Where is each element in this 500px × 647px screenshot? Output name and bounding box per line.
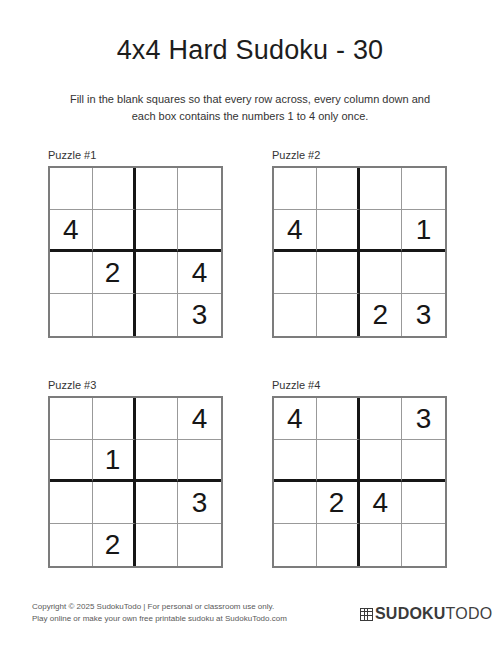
sudoku-cell-given: 2 (360, 294, 403, 336)
sudoku-cell-given: 3 (402, 294, 445, 336)
logo-text-light: TODO (446, 605, 493, 622)
sudoku-cell-blank (360, 524, 403, 566)
sudoku-cell-blank (360, 440, 403, 482)
sudoku-cell-given: 4 (50, 210, 93, 252)
sudoku-cell-blank (402, 440, 445, 482)
sudoku-cell-blank (274, 294, 317, 336)
puzzle-3: Puzzle #3 4132 (48, 379, 225, 568)
sudoku-cell-blank (178, 440, 221, 482)
sudoku-cell-blank (178, 210, 221, 252)
sudoku-cell-given: 4 (178, 398, 221, 440)
puzzle-4: Puzzle #4 4324 (272, 379, 449, 568)
sudoku-cell-given: 4 (360, 482, 403, 524)
sudoku-cell-given: 2 (93, 524, 136, 566)
sudoku-cell-blank (178, 524, 221, 566)
footer-copyright: Copyright © 2025 SudokuTodo | For person… (32, 601, 287, 626)
sudoku-cell-given: 2 (93, 252, 136, 294)
puzzle-1: Puzzle #1 4243 (48, 149, 225, 338)
sudoku-cell-blank (178, 168, 221, 210)
sudoku-cell-blank (317, 210, 360, 252)
instructions-line-2: each box contains the numbers 1 to 4 onl… (0, 108, 500, 125)
sudoku-cell-blank (93, 482, 136, 524)
sudoku-cell-blank (274, 440, 317, 482)
sudoku-cell-blank (402, 482, 445, 524)
sudoku-cell-blank (360, 398, 403, 440)
puzzle-4-label: Puzzle #4 (272, 379, 449, 392)
sudoku-cell-blank (274, 168, 317, 210)
sudoku-cell-given: 3 (178, 482, 221, 524)
logo-text: SUDOKUTODO (375, 605, 492, 623)
sudoku-cell-given: 4 (274, 210, 317, 252)
sudoku-cell-blank (50, 168, 93, 210)
sudoku-cell-blank (136, 482, 179, 524)
page-title: 4x4 Hard Sudoku - 30 (0, 35, 500, 66)
sudoku-cell-blank (50, 252, 93, 294)
sudoku-grid-1: 4243 (48, 166, 223, 338)
sudoku-cell-blank (360, 168, 403, 210)
sudoku-cell-blank (360, 252, 403, 294)
puzzle-3-label: Puzzle #3 (48, 379, 225, 392)
sudoku-cell-blank (317, 294, 360, 336)
sudoku-cell-blank (93, 210, 136, 252)
sudoku-cell-blank (317, 252, 360, 294)
sudoku-grid-2: 4123 (272, 166, 447, 338)
sudoku-cell-blank (317, 168, 360, 210)
sudoku-cell-blank (402, 252, 445, 294)
sudoku-cell-blank (136, 168, 179, 210)
sudoku-cell-blank (50, 482, 93, 524)
instructions: Fill in the blank squares so that every … (0, 91, 500, 124)
sudoku-cell-given: 1 (402, 210, 445, 252)
sudoku-grid-4: 4324 (272, 396, 447, 568)
sudoku-cell-blank (50, 524, 93, 566)
sudoku-cell-given: 1 (93, 440, 136, 482)
sudoku-cell-blank (93, 398, 136, 440)
sudoku-cell-blank (50, 398, 93, 440)
sudoku-cell-blank (50, 294, 93, 336)
sudoku-cell-given: 2 (317, 482, 360, 524)
sudoku-cell-blank (136, 524, 179, 566)
sudoku-cell-given: 4 (274, 398, 317, 440)
sudoku-cell-blank (136, 294, 179, 336)
sudoku-cell-blank (402, 168, 445, 210)
logo-text-bold: SUDOKU (375, 605, 446, 622)
sudoku-cell-given: 4 (178, 252, 221, 294)
footer-copyright-line-2: Play online or make your own free printa… (32, 613, 287, 625)
sudoku-cell-given: 3 (178, 294, 221, 336)
sudoku-cell-blank (360, 210, 403, 252)
puzzle-2-label: Puzzle #2 (272, 149, 449, 162)
puzzle-2: Puzzle #2 4123 (272, 149, 449, 338)
sudoku-cell-blank (93, 168, 136, 210)
sudoku-cell-blank (317, 524, 360, 566)
sudoku-cell-given: 3 (402, 398, 445, 440)
sudoku-grid-3: 4132 (48, 396, 223, 568)
sudoku-grid-icon (360, 608, 373, 621)
sudoku-cell-blank (93, 294, 136, 336)
instructions-line-1: Fill in the blank squares so that every … (0, 91, 500, 108)
sudokutodo-logo: SUDOKUTODO (360, 605, 492, 623)
sudoku-cell-blank (136, 440, 179, 482)
puzzle-1-label: Puzzle #1 (48, 149, 225, 162)
sudoku-cell-blank (274, 252, 317, 294)
sudoku-cell-blank (402, 524, 445, 566)
sudoku-sheet: 4x4 Hard Sudoku - 30 Fill in the blank s… (0, 0, 500, 647)
sudoku-cell-blank (274, 524, 317, 566)
sudoku-cell-blank (274, 482, 317, 524)
sudoku-cell-blank (136, 398, 179, 440)
sudoku-cell-blank (136, 210, 179, 252)
sudoku-cell-blank (50, 440, 93, 482)
sudoku-cell-blank (317, 440, 360, 482)
footer-copyright-line-1: Copyright © 2025 SudokuTodo | For person… (32, 601, 287, 613)
sudoku-cell-blank (317, 398, 360, 440)
sudoku-cell-blank (136, 252, 179, 294)
